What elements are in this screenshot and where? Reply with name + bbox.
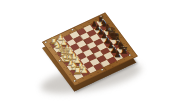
black-pawn: ♟ (107, 41, 114, 49)
black-knight: ♞ (116, 41, 125, 51)
black-rook: ♜ (97, 16, 104, 24)
white-bishop: ♝ (65, 56, 76, 68)
black-pawn: ♟ (97, 28, 104, 36)
black-bishop: ♝ (103, 23, 112, 33)
black-pawn: ♟ (114, 50, 122, 59)
black-pawn: ♟ (91, 20, 97, 27)
black-pawn: ♟ (110, 46, 118, 54)
white-bishop: ♝ (56, 44, 66, 55)
chess-set-photo: ♜♞♝♛♚♝♞♜♟♟♟♟♟♟♟♟♟♟♟♟♟♟♟♟♜♞♝♛♚♝♞♜ (0, 0, 175, 105)
pieces-layer: ♜♞♝♛♚♝♞♜♟♟♟♟♟♟♟♟♟♟♟♟♟♟♟♟♜♞♝♛♚♝♞♜ (0, 0, 175, 105)
black-pawn: ♟ (94, 24, 101, 31)
white-pawn: ♟ (73, 56, 81, 65)
white-pawn: ♟ (60, 39, 67, 47)
white-knight: ♞ (69, 61, 79, 73)
white-rook: ♜ (50, 37, 58, 46)
white-queen: ♛ (58, 46, 69, 59)
black-pawn: ♟ (104, 37, 111, 45)
black-bishop: ♝ (113, 36, 122, 46)
black-knight: ♞ (100, 19, 108, 28)
white-pawn: ♟ (64, 43, 71, 51)
white-pawn: ♟ (77, 60, 85, 69)
black-pawn: ♟ (101, 33, 108, 41)
black-queen: ♛ (106, 26, 116, 37)
white-king: ♚ (61, 50, 74, 64)
white-pawn: ♟ (57, 35, 64, 43)
white-pawn: ♟ (70, 52, 78, 61)
white-pawn: ♟ (67, 48, 75, 57)
black-king: ♚ (108, 29, 119, 41)
white-knight: ♞ (53, 40, 62, 50)
black-rook: ♜ (120, 46, 129, 55)
white-rook: ♜ (73, 67, 83, 78)
white-pawn: ♟ (80, 65, 88, 74)
